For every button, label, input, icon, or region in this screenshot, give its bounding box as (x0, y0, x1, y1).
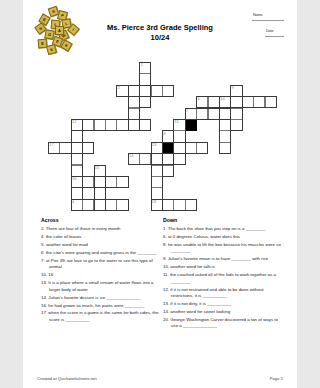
grid-cell[interactable] (71, 187, 83, 199)
grid-cell[interactable] (59, 142, 71, 154)
grid-cell[interactable] (139, 96, 151, 108)
grid-cell[interactable] (219, 108, 231, 120)
footer-page-number: Page 1 (270, 376, 283, 381)
grid-cell[interactable] (253, 96, 265, 108)
clue-item: 16. he had grown so much, his pants were… (41, 303, 159, 309)
clue-number: 11 (175, 120, 179, 124)
grid-cell[interactable] (208, 108, 220, 120)
grid-cell[interactable] (173, 199, 185, 211)
grid-cell[interactable] (94, 119, 106, 131)
clue-item: 11. the coached asked all of the kids to… (163, 272, 285, 285)
black-cell (185, 119, 197, 131)
grid-cell[interactable] (128, 108, 140, 120)
grid-cell[interactable] (230, 108, 242, 120)
down-header: Down (163, 217, 285, 223)
clue-number: 16 (72, 177, 76, 181)
grid-cell[interactable] (128, 96, 140, 108)
grid-cell[interactable] (196, 142, 208, 154)
grid-cell[interactable] (185, 199, 197, 211)
clue-item: 1. The back the shoe that you step on is… (163, 226, 285, 232)
clue-item: 6. at 0 degrees Celsius, water does this (163, 234, 285, 240)
grid-cell[interactable] (71, 130, 83, 142)
grid-cell[interactable] (265, 96, 277, 108)
across-clues: Across 2. There are four of these in eve… (41, 217, 159, 325)
across-header: Across (41, 217, 159, 223)
clue-number: 2 (118, 86, 120, 90)
grid-cell[interactable] (162, 153, 174, 165)
clue-number: 8 (163, 132, 165, 136)
grid-cell[interactable] (139, 85, 151, 97)
clue-number: 9 (232, 86, 234, 90)
footer-credit[interactable]: Created at Quickworksheets.net (37, 376, 97, 381)
clue-item: 13. if it is not dirty, it is __________ (163, 301, 285, 307)
grid-cell[interactable] (162, 199, 174, 211)
clue-item: 5. another word for mad (41, 242, 159, 248)
clue-item: 10. 16 (41, 272, 159, 278)
grid-cell[interactable] (208, 96, 220, 108)
grid-cell[interactable] (116, 199, 128, 211)
clue-item: 14. another word for sweet looking (163, 309, 285, 315)
grid-cell[interactable] (94, 176, 106, 188)
clue-number: 18 (152, 200, 156, 204)
grid-cell[interactable] (219, 119, 231, 131)
clue-number: 13 (152, 143, 156, 147)
clue-item: 12. if it is not restrained and able to … (163, 287, 285, 300)
clue-item: 17. when the score in a game is the same… (41, 310, 159, 323)
grid-cell[interactable] (139, 119, 151, 131)
grid-cell[interactable] (105, 119, 117, 131)
grid-cell[interactable] (116, 176, 128, 188)
grid-cell[interactable] (94, 199, 106, 211)
grid-cell[interactable] (230, 96, 242, 108)
grid-cell[interactable] (71, 153, 83, 165)
clue-number: 15 (95, 166, 99, 170)
clue-item: 10. another word for talk is (163, 264, 285, 270)
grid-cell[interactable] (151, 85, 163, 97)
grid-cell[interactable] (82, 176, 94, 188)
across-list: 2. There are four of these in every mont… (41, 226, 159, 323)
grid-cell[interactable] (196, 108, 208, 120)
clue-item: 7. at Pier 39, we love to go to the wate… (41, 258, 159, 271)
down-clues: Down 1. The back the shoe that you step … (163, 217, 285, 331)
clue-item: 20. George Washington Carver discovered … (163, 317, 285, 330)
clue-number: 7 (186, 109, 188, 113)
grid-cell[interactable] (162, 165, 174, 177)
grid-cell[interactable] (139, 153, 151, 165)
clue-item: 8. he was unable to lift the box because… (163, 242, 285, 255)
clue-number: 6 (197, 97, 199, 101)
clue-item: 4. the color of leaves (41, 234, 159, 240)
grid-cell[interactable] (71, 165, 83, 177)
clue-number: 12 (72, 120, 76, 124)
grid-cell[interactable] (128, 119, 140, 131)
grid-cell[interactable] (151, 176, 163, 188)
clue-item: 6. the cow's were grazing and eating gra… (41, 250, 159, 256)
clue-item: 13. It is a place where a small stream o… (41, 280, 159, 293)
grid-cell[interactable] (151, 187, 163, 199)
clue-item: 9. Julian's favorite mean is to have ___… (163, 256, 285, 262)
grid-cell[interactable] (230, 119, 242, 131)
grid-cell[interactable] (82, 142, 94, 154)
clue-number: 4 (72, 200, 74, 204)
grid-cell[interactable] (105, 199, 117, 211)
grid-cell[interactable] (128, 85, 140, 97)
grid-cell[interactable] (116, 119, 128, 131)
grid-cell[interactable] (151, 153, 163, 165)
down-list: 1. The back the shoe that you step on is… (163, 226, 285, 330)
crossword-grid: 1296107121181713141516418 (23, 0, 297, 220)
grid-cell[interactable] (185, 142, 197, 154)
grid-cell[interactable] (219, 130, 231, 142)
grid-cell[interactable] (219, 142, 231, 154)
clue-item: 2. There are four of these in every mont… (41, 226, 159, 232)
grid-cell[interactable] (139, 73, 151, 85)
grid-cell[interactable] (242, 96, 254, 108)
grid-cell[interactable] (82, 119, 94, 131)
clue-item: 14. Julian's favorite dessert is ice ___… (41, 295, 159, 301)
grid-cell[interactable] (173, 130, 185, 142)
grid-cell[interactable] (162, 85, 174, 97)
grid-cell[interactable] (71, 142, 83, 154)
clue-number: 1 (140, 63, 142, 67)
grid-cell[interactable] (173, 142, 185, 154)
grid-cell[interactable] (94, 187, 106, 199)
clue-number: 17 (49, 143, 53, 147)
grid-cell[interactable] (82, 199, 94, 211)
clue-number: 10 (220, 97, 224, 101)
grid-cell[interactable] (151, 165, 163, 177)
worksheet-page: SPELLINGWEEKSA Ms. Pierce 3rd Grade Spel… (23, 0, 297, 388)
black-cell (162, 142, 174, 154)
clue-number: 14 (129, 154, 133, 158)
grid-cell[interactable] (173, 153, 185, 165)
grid-cell[interactable] (105, 176, 117, 188)
